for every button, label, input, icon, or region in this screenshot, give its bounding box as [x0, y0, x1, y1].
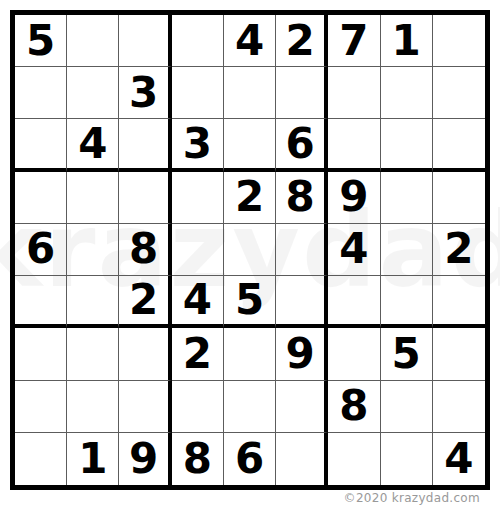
cell-r3c3[interactable]: [119, 119, 171, 171]
cell-r5c6[interactable]: [276, 224, 328, 276]
cell-r3c7[interactable]: [328, 119, 380, 171]
cell-r1c7: 7: [328, 15, 380, 67]
cell-r8c3[interactable]: [119, 381, 171, 433]
cell-r9c5: 6: [224, 433, 276, 485]
cell-r4c6: 8: [276, 172, 328, 224]
cell-r2c1[interactable]: [15, 67, 67, 119]
cell-r8c4[interactable]: [172, 381, 224, 433]
cell-r3c5[interactable]: [224, 119, 276, 171]
cell-r2c7[interactable]: [328, 67, 380, 119]
cell-r1c4[interactable]: [172, 15, 224, 67]
cell-r7c6: 9: [276, 328, 328, 380]
cell-r4c9[interactable]: [433, 172, 485, 224]
cell-r9c1[interactable]: [15, 433, 67, 485]
cell-r3c1[interactable]: [15, 119, 67, 171]
cell-r3c8[interactable]: [381, 119, 433, 171]
cell-r3c4: 3: [172, 119, 224, 171]
cell-r8c9[interactable]: [433, 381, 485, 433]
cell-r5c3: 8: [119, 224, 171, 276]
sudoku-board: 5427134362896842245295819864: [10, 10, 490, 490]
sudoku-page: krazydad 5427134362896842245295819864 ©2…: [0, 0, 500, 510]
cell-r7c2[interactable]: [67, 328, 119, 380]
cell-r9c4: 8: [172, 433, 224, 485]
cell-r6c2[interactable]: [67, 276, 119, 328]
cell-r4c5: 2: [224, 172, 276, 224]
cell-r9c7[interactable]: [328, 433, 380, 485]
cell-r6c8[interactable]: [381, 276, 433, 328]
cell-r7c7[interactable]: [328, 328, 380, 380]
cell-r6c7[interactable]: [328, 276, 380, 328]
cell-r9c8[interactable]: [381, 433, 433, 485]
cell-r4c8[interactable]: [381, 172, 433, 224]
cell-r9c2: 1: [67, 433, 119, 485]
cell-r9c3: 9: [119, 433, 171, 485]
cell-r2c4[interactable]: [172, 67, 224, 119]
cell-r1c3[interactable]: [119, 15, 171, 67]
cell-r2c2[interactable]: [67, 67, 119, 119]
cell-r2c6[interactable]: [276, 67, 328, 119]
cell-r9c9: 4: [433, 433, 485, 485]
cell-r4c7: 9: [328, 172, 380, 224]
cell-r8c2[interactable]: [67, 381, 119, 433]
cell-r1c1: 5: [15, 15, 67, 67]
cell-r3c6: 6: [276, 119, 328, 171]
cell-r3c9[interactable]: [433, 119, 485, 171]
cell-r2c8[interactable]: [381, 67, 433, 119]
cell-r2c9[interactable]: [433, 67, 485, 119]
cell-r7c5[interactable]: [224, 328, 276, 380]
cell-r1c6: 2: [276, 15, 328, 67]
cell-r6c4: 4: [172, 276, 224, 328]
cell-r7c3[interactable]: [119, 328, 171, 380]
cell-r1c8: 1: [381, 15, 433, 67]
cell-r4c4[interactable]: [172, 172, 224, 224]
cell-r5c9: 2: [433, 224, 485, 276]
cell-r4c2[interactable]: [67, 172, 119, 224]
cell-r8c7: 8: [328, 381, 380, 433]
cell-r5c5[interactable]: [224, 224, 276, 276]
cell-r4c3[interactable]: [119, 172, 171, 224]
cell-r7c1[interactable]: [15, 328, 67, 380]
cell-r1c9[interactable]: [433, 15, 485, 67]
cell-r5c2[interactable]: [67, 224, 119, 276]
cell-r7c4: 2: [172, 328, 224, 380]
cell-r5c1: 6: [15, 224, 67, 276]
cell-r1c2[interactable]: [67, 15, 119, 67]
copyright-text: ©2020 krazydad.com: [344, 491, 480, 505]
cell-r3c2: 4: [67, 119, 119, 171]
cell-r7c9[interactable]: [433, 328, 485, 380]
cell-r6c5: 5: [224, 276, 276, 328]
cell-r5c8[interactable]: [381, 224, 433, 276]
cell-r2c3: 3: [119, 67, 171, 119]
cell-r2c5[interactable]: [224, 67, 276, 119]
cell-r8c6[interactable]: [276, 381, 328, 433]
cell-r9c6[interactable]: [276, 433, 328, 485]
cell-r8c1[interactable]: [15, 381, 67, 433]
cell-r6c6[interactable]: [276, 276, 328, 328]
cell-r1c5: 4: [224, 15, 276, 67]
cell-r4c1[interactable]: [15, 172, 67, 224]
cell-r5c4[interactable]: [172, 224, 224, 276]
cell-r5c7: 4: [328, 224, 380, 276]
cell-r6c1[interactable]: [15, 276, 67, 328]
cell-r7c8: 5: [381, 328, 433, 380]
cell-r8c8[interactable]: [381, 381, 433, 433]
cell-r6c3: 2: [119, 276, 171, 328]
cell-r8c5[interactable]: [224, 381, 276, 433]
cell-r6c9[interactable]: [433, 276, 485, 328]
